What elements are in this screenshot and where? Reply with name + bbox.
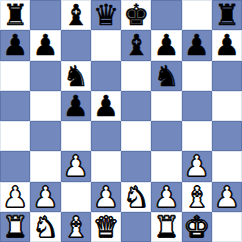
piece-black-pawn[interactable]: ♟ xyxy=(32,30,58,60)
piece-black-bishop[interactable]: ♝ xyxy=(63,0,89,30)
square-e2[interactable]: ♞ xyxy=(121,182,151,212)
piece-black-pawn[interactable]: ♟ xyxy=(184,30,210,60)
piece-black-rook[interactable]: ♜ xyxy=(214,0,240,30)
square-b8[interactable] xyxy=(30,0,60,30)
piece-white-queen[interactable]: ♛ xyxy=(93,212,119,242)
square-a2[interactable]: ♟ xyxy=(0,182,30,212)
square-a1[interactable]: ♜ xyxy=(0,212,30,242)
square-a5[interactable] xyxy=(0,91,30,121)
piece-white-knight[interactable]: ♞ xyxy=(32,212,58,242)
square-a6[interactable] xyxy=(0,61,30,91)
square-d8[interactable]: ♛ xyxy=(91,0,121,30)
square-h7[interactable]: ♟ xyxy=(212,30,242,60)
square-h8[interactable]: ♜ xyxy=(212,0,242,30)
square-h5[interactable] xyxy=(212,91,242,121)
square-d4[interactable] xyxy=(91,121,121,151)
square-g7[interactable]: ♟ xyxy=(182,30,212,60)
piece-black-king[interactable]: ♚ xyxy=(123,0,149,30)
square-c4[interactable] xyxy=(61,121,91,151)
square-h2[interactable]: ♟ xyxy=(212,182,242,212)
square-c1[interactable]: ♝ xyxy=(61,212,91,242)
piece-white-rook[interactable]: ♜ xyxy=(2,212,28,242)
piece-white-pawn[interactable]: ♟ xyxy=(93,182,119,212)
square-b6[interactable] xyxy=(30,61,60,91)
square-b4[interactable] xyxy=(30,121,60,151)
piece-black-knight[interactable]: ♞ xyxy=(153,61,179,91)
square-c2[interactable] xyxy=(61,182,91,212)
piece-black-bishop[interactable]: ♝ xyxy=(123,30,149,60)
piece-white-pawn[interactable]: ♟ xyxy=(153,182,179,212)
square-g4[interactable] xyxy=(182,121,212,151)
piece-black-pawn[interactable]: ♟ xyxy=(93,91,119,121)
piece-white-rook[interactable]: ♜ xyxy=(153,212,179,242)
square-d3[interactable] xyxy=(91,151,121,181)
square-b3[interactable] xyxy=(30,151,60,181)
square-h4[interactable] xyxy=(212,121,242,151)
square-g1[interactable]: ♚ xyxy=(182,212,212,242)
square-a8[interactable]: ♜ xyxy=(0,0,30,30)
square-g3[interactable]: ♟ xyxy=(182,151,212,181)
square-f6[interactable]: ♞ xyxy=(151,61,181,91)
square-d2[interactable]: ♟ xyxy=(91,182,121,212)
piece-white-pawn[interactable]: ♟ xyxy=(32,182,58,212)
square-d6[interactable] xyxy=(91,61,121,91)
piece-black-queen[interactable]: ♛ xyxy=(93,0,119,30)
piece-white-king[interactable]: ♚ xyxy=(184,212,210,242)
square-a7[interactable]: ♟ xyxy=(0,30,30,60)
square-h3[interactable] xyxy=(212,151,242,181)
square-f3[interactable] xyxy=(151,151,181,181)
square-h1[interactable] xyxy=(212,212,242,242)
square-e7[interactable]: ♝ xyxy=(121,30,151,60)
square-g6[interactable] xyxy=(182,61,212,91)
piece-black-knight[interactable]: ♞ xyxy=(63,61,89,91)
square-c3[interactable]: ♟ xyxy=(61,151,91,181)
piece-white-bishop[interactable]: ♝ xyxy=(184,182,210,212)
piece-black-pawn[interactable]: ♟ xyxy=(63,91,89,121)
square-b1[interactable]: ♞ xyxy=(30,212,60,242)
square-c5[interactable]: ♟ xyxy=(61,91,91,121)
square-f5[interactable] xyxy=(151,91,181,121)
square-b2[interactable]: ♟ xyxy=(30,182,60,212)
square-d5[interactable]: ♟ xyxy=(91,91,121,121)
piece-white-pawn[interactable]: ♟ xyxy=(214,182,240,212)
square-a3[interactable] xyxy=(0,151,30,181)
piece-black-pawn[interactable]: ♟ xyxy=(153,30,179,60)
square-e5[interactable] xyxy=(121,91,151,121)
piece-white-bishop[interactable]: ♝ xyxy=(63,212,89,242)
square-f1[interactable]: ♜ xyxy=(151,212,181,242)
square-d1[interactable]: ♛ xyxy=(91,212,121,242)
square-e1[interactable] xyxy=(121,212,151,242)
square-a4[interactable] xyxy=(0,121,30,151)
piece-black-rook[interactable]: ♜ xyxy=(2,0,28,30)
square-f4[interactable] xyxy=(151,121,181,151)
square-e3[interactable] xyxy=(121,151,151,181)
piece-black-pawn[interactable]: ♟ xyxy=(2,30,28,60)
square-d7[interactable] xyxy=(91,30,121,60)
square-b7[interactable]: ♟ xyxy=(30,30,60,60)
square-c6[interactable]: ♞ xyxy=(61,61,91,91)
square-g5[interactable] xyxy=(182,91,212,121)
chess-board: ♜♝♛♚♜♟♟♝♟♟♟♞♞♟♟♟♟♟♟♟♞♟♝♟♜♞♝♛♜♚ xyxy=(0,0,242,242)
square-h6[interactable] xyxy=(212,61,242,91)
square-e8[interactable]: ♚ xyxy=(121,0,151,30)
square-e4[interactable] xyxy=(121,121,151,151)
square-f2[interactable]: ♟ xyxy=(151,182,181,212)
square-e6[interactable] xyxy=(121,61,151,91)
piece-white-pawn[interactable]: ♟ xyxy=(63,151,89,181)
piece-black-pawn[interactable]: ♟ xyxy=(214,30,240,60)
square-g8[interactable] xyxy=(182,0,212,30)
square-f8[interactable] xyxy=(151,0,181,30)
square-c8[interactable]: ♝ xyxy=(61,0,91,30)
piece-white-pawn[interactable]: ♟ xyxy=(184,151,210,181)
piece-white-knight[interactable]: ♞ xyxy=(123,182,149,212)
piece-white-pawn[interactable]: ♟ xyxy=(2,182,28,212)
square-c7[interactable] xyxy=(61,30,91,60)
square-f7[interactable]: ♟ xyxy=(151,30,181,60)
square-g2[interactable]: ♝ xyxy=(182,182,212,212)
square-b5[interactable] xyxy=(30,91,60,121)
chess-board-container: ♜♝♛♚♜♟♟♝♟♟♟♞♞♟♟♟♟♟♟♟♞♟♝♟♜♞♝♛♜♚ xyxy=(0,0,242,242)
